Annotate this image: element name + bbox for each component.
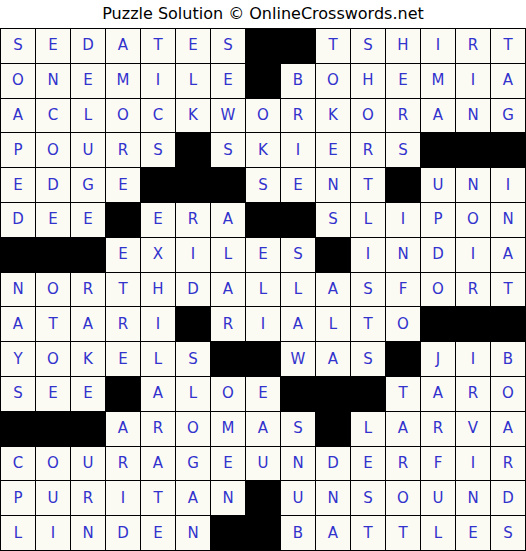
letter-cell: N: [316, 481, 350, 515]
letter-cell: L: [316, 307, 350, 341]
black-cell: [106, 377, 140, 411]
letter-cell: O: [36, 342, 70, 376]
letter-cell: N: [316, 168, 350, 202]
letter-cell: A: [246, 412, 280, 446]
letter-cell: I: [456, 64, 490, 98]
letter-cell: T: [491, 273, 525, 307]
letter-cell: L: [281, 273, 315, 307]
letter-cell: T: [141, 29, 175, 63]
letter-cell: C: [141, 99, 175, 133]
letter-cell: P: [421, 203, 455, 237]
black-cell: [246, 481, 280, 515]
letter-cell: N: [281, 447, 315, 481]
letter-cell: K: [71, 342, 105, 376]
letter-cell: K: [176, 99, 210, 133]
black-cell: [176, 307, 210, 341]
letter-cell: U: [71, 447, 105, 481]
letter-cell: A: [281, 307, 315, 341]
black-cell: [316, 412, 350, 446]
letter-cell: N: [211, 481, 245, 515]
letter-cell: I: [141, 307, 175, 341]
letter-cell: A: [491, 238, 525, 272]
letter-cell: E: [71, 203, 105, 237]
letter-cell: O: [36, 133, 70, 167]
black-cell: [281, 377, 315, 411]
letter-cell: B: [281, 64, 315, 98]
letter-cell: E: [211, 447, 245, 481]
letter-cell: I: [106, 481, 140, 515]
letter-cell: T: [316, 29, 350, 63]
letter-cell: N: [1, 273, 35, 307]
black-cell: [456, 133, 490, 167]
letter-cell: O: [491, 377, 525, 411]
letter-cell: I: [246, 307, 280, 341]
letter-cell: G: [71, 168, 105, 202]
letter-cell: O: [176, 412, 210, 446]
black-cell: [246, 203, 280, 237]
letter-cell: V: [456, 412, 490, 446]
letter-cell: S: [281, 238, 315, 272]
letter-cell: A: [316, 342, 350, 376]
letter-cell: E: [281, 168, 315, 202]
letter-cell: A: [141, 447, 175, 481]
letter-cell: D: [316, 447, 350, 481]
letter-cell: I: [456, 447, 490, 481]
letter-cell: E: [211, 64, 245, 98]
letter-cell: O: [386, 307, 420, 341]
letter-cell: G: [176, 447, 210, 481]
letter-cell: G: [491, 99, 525, 133]
letter-cell: M: [421, 64, 455, 98]
letter-cell: A: [106, 29, 140, 63]
letter-cell: S: [1, 29, 35, 63]
black-cell: [281, 203, 315, 237]
letter-cell: K: [246, 133, 280, 167]
letter-cell: M: [211, 412, 245, 446]
black-cell: [246, 342, 280, 376]
letter-cell: R: [351, 133, 385, 167]
black-cell: [386, 168, 420, 202]
black-cell: [386, 342, 420, 376]
black-cell: [246, 29, 280, 63]
letter-cell: I: [456, 238, 490, 272]
black-cell: [71, 238, 105, 272]
letter-cell: T: [141, 481, 175, 515]
black-cell: [36, 238, 70, 272]
black-cell: [351, 377, 385, 411]
letter-cell: E: [106, 342, 140, 376]
letter-cell: S: [1, 377, 35, 411]
letter-cell: I: [491, 168, 525, 202]
black-cell: [316, 377, 350, 411]
letter-cell: R: [176, 203, 210, 237]
letter-cell: O: [386, 481, 420, 515]
letter-cell: N: [71, 516, 105, 550]
letter-cell: I: [386, 203, 420, 237]
letter-cell: T: [351, 307, 385, 341]
letter-cell: D: [1, 203, 35, 237]
letter-cell: O: [421, 273, 455, 307]
letter-cell: P: [1, 133, 35, 167]
letter-cell: A: [211, 203, 245, 237]
letter-cell: S: [246, 168, 280, 202]
letter-cell: L: [141, 342, 175, 376]
letter-cell: S: [316, 203, 350, 237]
letter-cell: S: [351, 273, 385, 307]
letter-cell: T: [106, 273, 140, 307]
letter-cell: A: [421, 99, 455, 133]
letter-cell: A: [1, 307, 35, 341]
letter-cell: R: [211, 307, 245, 341]
letter-cell: O: [1, 64, 35, 98]
letter-cell: S: [141, 133, 175, 167]
letter-cell: F: [421, 447, 455, 481]
letter-cell: R: [456, 273, 490, 307]
letter-cell: N: [456, 168, 490, 202]
letter-cell: E: [176, 29, 210, 63]
letter-cell: E: [316, 133, 350, 167]
letter-cell: W: [281, 342, 315, 376]
letter-cell: E: [71, 64, 105, 98]
letter-cell: L: [211, 238, 245, 272]
letter-cell: A: [491, 412, 525, 446]
letter-cell: U: [281, 481, 315, 515]
letter-cell: I: [176, 238, 210, 272]
letter-cell: R: [281, 99, 315, 133]
letter-cell: B: [281, 516, 315, 550]
letter-cell: U: [421, 168, 455, 202]
letter-cell: E: [36, 377, 70, 411]
letter-cell: O: [246, 99, 280, 133]
letter-cell: A: [316, 273, 350, 307]
letter-cell: T: [351, 168, 385, 202]
page-title: Puzzle Solution © OnlineCrosswords.net: [0, 2, 526, 26]
letter-cell: E: [141, 516, 175, 550]
black-cell: [176, 168, 210, 202]
black-cell: [211, 516, 245, 550]
letter-cell: H: [351, 64, 385, 98]
letter-cell: P: [1, 481, 35, 515]
black-cell: [281, 29, 315, 63]
letter-cell: R: [456, 29, 490, 63]
black-cell: [211, 342, 245, 376]
letter-cell: I: [36, 516, 70, 550]
letter-cell: N: [176, 516, 210, 550]
letter-cell: D: [421, 238, 455, 272]
letter-cell: U: [246, 447, 280, 481]
letter-cell: L: [421, 516, 455, 550]
black-cell: [36, 412, 70, 446]
letter-cell: S: [386, 133, 420, 167]
letter-cell: O: [316, 64, 350, 98]
letter-cell: A: [1, 99, 35, 133]
letter-cell: O: [106, 99, 140, 133]
letter-cell: I: [421, 29, 455, 63]
letter-cell: A: [71, 307, 105, 341]
black-cell: [421, 307, 455, 341]
letter-cell: I: [281, 133, 315, 167]
letter-cell: S: [211, 29, 245, 63]
black-cell: [421, 133, 455, 167]
letter-cell: R: [106, 307, 140, 341]
letter-cell: T: [386, 516, 420, 550]
black-cell: [1, 238, 35, 272]
letter-cell: A: [421, 377, 455, 411]
letter-cell: D: [36, 168, 70, 202]
letter-cell: E: [36, 29, 70, 63]
letter-cell: S: [351, 481, 385, 515]
letter-cell: D: [176, 273, 210, 307]
black-cell: [71, 412, 105, 446]
letter-cell: D: [106, 516, 140, 550]
letter-cell: I: [141, 64, 175, 98]
letter-cell: M: [106, 64, 140, 98]
letter-cell: E: [36, 203, 70, 237]
letter-cell: S: [281, 412, 315, 446]
letter-cell: C: [1, 447, 35, 481]
letter-cell: S: [176, 342, 210, 376]
black-cell: [456, 307, 490, 341]
letter-cell: H: [386, 29, 420, 63]
letter-cell: L: [351, 412, 385, 446]
black-cell: [246, 64, 280, 98]
black-cell: [491, 133, 525, 167]
black-cell: [316, 238, 350, 272]
letter-cell: A: [386, 412, 420, 446]
letter-cell: E: [106, 238, 140, 272]
letter-cell: R: [491, 447, 525, 481]
letter-cell: O: [36, 447, 70, 481]
letter-cell: U: [71, 133, 105, 167]
letter-cell: L: [176, 64, 210, 98]
letter-cell: A: [141, 377, 175, 411]
letter-cell: E: [246, 377, 280, 411]
letter-cell: O: [211, 377, 245, 411]
letter-cell: R: [106, 447, 140, 481]
letter-cell: A: [106, 412, 140, 446]
letter-cell: L: [176, 377, 210, 411]
letter-cell: L: [246, 273, 280, 307]
black-cell: [106, 203, 140, 237]
letter-cell: A: [316, 516, 350, 550]
letter-cell: T: [36, 307, 70, 341]
letter-cell: R: [106, 133, 140, 167]
letter-cell: N: [386, 238, 420, 272]
letter-cell: R: [71, 481, 105, 515]
letter-cell: Y: [1, 342, 35, 376]
letter-cell: W: [211, 99, 245, 133]
letter-cell: E: [71, 377, 105, 411]
letter-cell: L: [351, 203, 385, 237]
letter-cell: S: [491, 516, 525, 550]
letter-cell: D: [491, 481, 525, 515]
letter-cell: R: [71, 273, 105, 307]
letter-cell: D: [71, 29, 105, 63]
letter-cell: A: [176, 481, 210, 515]
letter-cell: R: [386, 447, 420, 481]
letter-cell: L: [1, 516, 35, 550]
letter-cell: N: [36, 64, 70, 98]
letter-cell: E: [456, 516, 490, 550]
letter-cell: L: [71, 99, 105, 133]
letter-cell: E: [386, 64, 420, 98]
letter-cell: H: [141, 273, 175, 307]
letter-cell: I: [351, 238, 385, 272]
letter-cell: E: [351, 447, 385, 481]
letter-cell: N: [491, 203, 525, 237]
black-cell: [211, 168, 245, 202]
letter-cell: T: [351, 516, 385, 550]
letter-cell: O: [36, 273, 70, 307]
letter-cell: K: [316, 99, 350, 133]
letter-cell: R: [456, 377, 490, 411]
black-cell: [141, 168, 175, 202]
letter-cell: S: [211, 133, 245, 167]
black-cell: [246, 516, 280, 550]
letter-cell: E: [106, 168, 140, 202]
letter-cell: J: [421, 342, 455, 376]
letter-cell: T: [386, 377, 420, 411]
letter-cell: X: [141, 238, 175, 272]
letter-cell: A: [211, 273, 245, 307]
letter-cell: E: [1, 168, 35, 202]
letter-cell: O: [351, 99, 385, 133]
letter-cell: C: [36, 99, 70, 133]
page: Puzzle Solution © OnlineCrosswords.net S…: [0, 0, 526, 551]
black-cell: [176, 133, 210, 167]
letter-cell: R: [141, 412, 175, 446]
letter-cell: R: [386, 99, 420, 133]
letter-cell: E: [246, 238, 280, 272]
letter-cell: N: [456, 481, 490, 515]
black-cell: [1, 412, 35, 446]
letter-cell: F: [386, 273, 420, 307]
letter-cell: U: [421, 481, 455, 515]
letter-cell: R: [421, 412, 455, 446]
letter-cell: B: [491, 342, 525, 376]
letter-cell: T: [491, 29, 525, 63]
letter-cell: U: [36, 481, 70, 515]
letter-cell: I: [456, 342, 490, 376]
letter-cell: A: [491, 64, 525, 98]
letter-cell: N: [456, 99, 490, 133]
letter-cell: S: [351, 342, 385, 376]
black-cell: [491, 307, 525, 341]
letter-cell: O: [456, 203, 490, 237]
letter-cell: E: [141, 203, 175, 237]
crossword-grid: SEDATESTSHIRTONEMILEBOHEMIAACLOCKWORKORA…: [0, 28, 526, 551]
letter-cell: S: [351, 29, 385, 63]
